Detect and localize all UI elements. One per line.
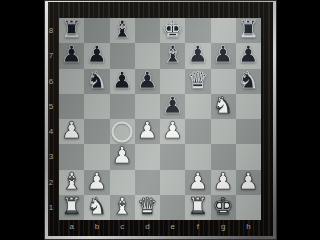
- square-g7[interactable]: ♟: [211, 43, 236, 68]
- square-c3[interactable]: ♟: [110, 144, 135, 169]
- rank-label-1: 1: [44, 195, 58, 220]
- square-h4[interactable]: [236, 119, 261, 144]
- square-b2[interactable]: ♟: [84, 170, 109, 195]
- square-a7[interactable]: ♟: [59, 43, 84, 68]
- piece-black-knight[interactable]: ♞: [238, 69, 259, 92]
- rank-label-2: 2: [44, 170, 58, 195]
- square-d2[interactable]: [135, 170, 160, 195]
- square-f3[interactable]: [185, 144, 210, 169]
- square-c1[interactable]: ♝: [110, 195, 135, 220]
- piece-black-pawn[interactable]: ♟: [112, 69, 133, 92]
- square-h8[interactable]: ♜: [236, 18, 261, 43]
- rank-label-6: 6: [44, 69, 58, 94]
- square-f1[interactable]: ♜: [185, 195, 210, 220]
- piece-black-bishop[interactable]: ♝: [162, 43, 183, 66]
- square-h3[interactable]: [236, 144, 261, 169]
- rank-label-8: 8: [44, 18, 58, 43]
- square-g5[interactable]: ♞: [211, 94, 236, 119]
- square-h7[interactable]: ♟: [236, 43, 261, 68]
- square-b4[interactable]: [84, 119, 109, 144]
- piece-white-knight[interactable]: ♞: [87, 195, 108, 218]
- rank-label-7: 7: [44, 43, 58, 68]
- square-d4[interactable]: ♟: [135, 119, 160, 144]
- square-d3[interactable]: [135, 144, 160, 169]
- piece-white-pawn[interactable]: ♟: [188, 170, 209, 193]
- square-f7[interactable]: ♟: [185, 43, 210, 68]
- square-e1[interactable]: [160, 195, 185, 220]
- piece-white-rook[interactable]: ♜: [61, 195, 82, 218]
- piece-white-pawn[interactable]: ♟: [238, 170, 259, 193]
- square-f2[interactable]: ♟: [185, 170, 210, 195]
- file-label-h: h: [236, 221, 261, 233]
- square-e6[interactable]: [160, 69, 185, 94]
- piece-black-king[interactable]: ♚: [162, 18, 183, 41]
- square-b5[interactable]: [84, 94, 109, 119]
- rank-label-3: 3: [44, 144, 58, 169]
- square-c2[interactable]: [110, 170, 135, 195]
- square-g8[interactable]: [211, 18, 236, 43]
- square-e3[interactable]: [160, 144, 185, 169]
- square-e8[interactable]: ♚: [160, 18, 185, 43]
- square-a6[interactable]: [59, 69, 84, 94]
- piece-white-knight[interactable]: ♞: [213, 94, 234, 117]
- square-b8[interactable]: [84, 18, 109, 43]
- file-label-d: d: [135, 221, 160, 233]
- highlight-ring: [112, 121, 133, 142]
- square-e7[interactable]: ♝: [160, 43, 185, 68]
- piece-white-bishop[interactable]: ♝: [112, 195, 133, 218]
- square-g4[interactable]: [211, 119, 236, 144]
- square-a1[interactable]: ♜: [59, 195, 84, 220]
- square-b6[interactable]: ♞: [84, 69, 109, 94]
- square-d6[interactable]: ♟: [135, 69, 160, 94]
- piece-white-pawn[interactable]: ♟: [213, 170, 234, 193]
- square-f4[interactable]: [185, 119, 210, 144]
- square-c5[interactable]: [110, 94, 135, 119]
- piece-white-pawn[interactable]: ♟: [162, 119, 183, 142]
- square-g2[interactable]: ♟: [211, 170, 236, 195]
- square-d5[interactable]: [135, 94, 160, 119]
- piece-black-pawn[interactable]: ♟: [87, 43, 108, 66]
- piece-black-knight[interactable]: ♞: [87, 69, 108, 92]
- piece-black-pawn[interactable]: ♟: [61, 43, 82, 66]
- piece-white-pawn[interactable]: ♟: [112, 144, 133, 167]
- piece-black-rook[interactable]: ♜: [238, 18, 259, 41]
- file-label-a: a: [59, 221, 84, 233]
- square-h1[interactable]: [236, 195, 261, 220]
- chess-board: ♜♝♚♜♟♟♝♟♟♟♞♟♟♛♞♟♞♟♟♟♟♝♟♟♟♟♜♞♝♛♜♚: [59, 18, 261, 220]
- square-e5[interactable]: ♟: [160, 94, 185, 119]
- square-f6[interactable]: ♛: [185, 69, 210, 94]
- square-g3[interactable]: [211, 144, 236, 169]
- piece-white-pawn[interactable]: ♟: [61, 119, 82, 142]
- file-label-c: c: [110, 221, 135, 233]
- square-g1[interactable]: ♚: [211, 195, 236, 220]
- square-h2[interactable]: ♟: [236, 170, 261, 195]
- piece-black-pawn[interactable]: ♟: [213, 43, 234, 66]
- piece-white-pawn[interactable]: ♟: [87, 170, 108, 193]
- rank-label-4: 4: [44, 119, 58, 144]
- square-d1[interactable]: ♛: [135, 195, 160, 220]
- app-background: ♜♝♚♜♟♟♝♟♟♟♞♟♟♛♞♟♞♟♟♟♟♝♟♟♟♟♜♞♝♛♜♚ 8765432…: [0, 0, 320, 240]
- square-e2[interactable]: [160, 170, 185, 195]
- square-c7[interactable]: [110, 43, 135, 68]
- square-h5[interactable]: [236, 94, 261, 119]
- piece-black-queen[interactable]: ♛: [188, 69, 209, 92]
- square-d7[interactable]: [135, 43, 160, 68]
- square-g6[interactable]: [211, 69, 236, 94]
- square-h6[interactable]: ♞: [236, 69, 261, 94]
- square-e4[interactable]: ♟: [160, 119, 185, 144]
- square-a4[interactable]: ♟: [59, 119, 84, 144]
- square-b7[interactable]: ♟: [84, 43, 109, 68]
- square-a2[interactable]: ♝: [59, 170, 84, 195]
- piece-white-pawn[interactable]: ♟: [137, 119, 158, 142]
- piece-black-pawn[interactable]: ♟: [137, 69, 158, 92]
- square-b3[interactable]: [84, 144, 109, 169]
- piece-black-rook[interactable]: ♜: [61, 18, 82, 41]
- square-c8[interactable]: ♝: [110, 18, 135, 43]
- square-d8[interactable]: [135, 18, 160, 43]
- square-a3[interactable]: [59, 144, 84, 169]
- piece-white-bishop[interactable]: ♝: [61, 170, 82, 193]
- file-label-g: g: [211, 221, 236, 233]
- piece-black-pawn[interactable]: ♟: [238, 43, 259, 66]
- square-b1[interactable]: ♞: [84, 195, 109, 220]
- piece-white-rook[interactable]: ♜: [188, 195, 209, 218]
- file-label-e: e: [160, 221, 185, 233]
- file-label-b: b: [84, 221, 109, 233]
- piece-black-bishop[interactable]: ♝: [112, 18, 133, 41]
- piece-white-queen[interactable]: ♛: [137, 195, 158, 218]
- square-c6[interactable]: ♟: [110, 69, 135, 94]
- rank-label-5: 5: [44, 94, 58, 119]
- square-f8[interactable]: [185, 18, 210, 43]
- piece-black-pawn[interactable]: ♟: [188, 43, 209, 66]
- file-label-f: f: [185, 221, 210, 233]
- piece-white-king[interactable]: ♚: [213, 195, 234, 218]
- square-a5[interactable]: [59, 94, 84, 119]
- square-c4[interactable]: [110, 119, 135, 144]
- square-f5[interactable]: [185, 94, 210, 119]
- square-a8[interactable]: ♜: [59, 18, 84, 43]
- piece-black-pawn[interactable]: ♟: [162, 94, 183, 117]
